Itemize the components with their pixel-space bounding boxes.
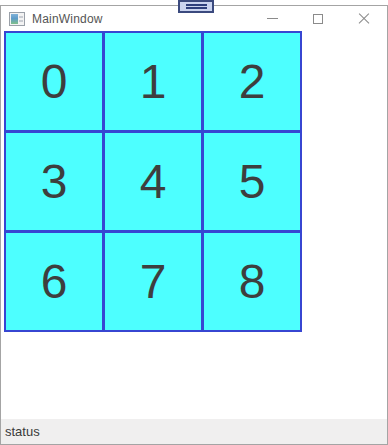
minimize-button[interactable]	[249, 6, 295, 31]
window-title: MainWindow	[32, 12, 103, 26]
close-button[interactable]	[341, 6, 387, 31]
main-window: MainWindow 012345678 status	[0, 5, 388, 445]
grid-cell-3[interactable]: 3	[6, 133, 102, 230]
grid-cell-6[interactable]: 6	[6, 233, 102, 330]
close-icon	[358, 13, 370, 25]
app-icon[interactable]	[9, 12, 25, 26]
grid-cell-7[interactable]: 7	[105, 233, 201, 330]
grid-cell-1[interactable]: 1	[105, 33, 201, 130]
maximize-button[interactable]	[295, 6, 341, 31]
maximize-icon	[313, 14, 323, 24]
app-icon-pane	[11, 14, 18, 24]
screenshot-root: MainWindow 012345678 status	[0, 0, 388, 445]
grid-cell-8[interactable]: 8	[204, 233, 300, 330]
grid-cell-2[interactable]: 2	[204, 33, 300, 130]
vs-debug-toolbar-handle[interactable]	[178, 0, 214, 13]
app-icon-bar	[19, 20, 23, 22]
app-icon-bar	[19, 16, 23, 18]
status-bar: status	[1, 419, 387, 444]
grid-cell-0[interactable]: 0	[6, 33, 102, 130]
debug-handle-line	[186, 7, 207, 9]
grid-cell-4[interactable]: 4	[105, 133, 201, 230]
grid-cell-5[interactable]: 5	[204, 133, 300, 230]
window-controls	[249, 6, 387, 31]
minimize-icon	[267, 18, 278, 19]
number-grid: 012345678	[4, 31, 302, 332]
status-text: status	[5, 424, 40, 439]
debug-handle-line	[186, 4, 207, 6]
